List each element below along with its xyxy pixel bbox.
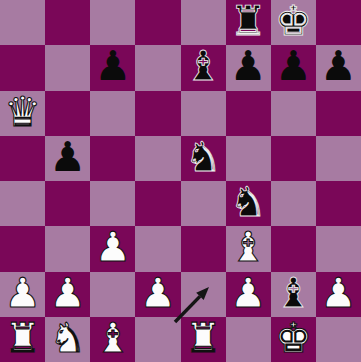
square-a4[interactable] — [0, 181, 45, 226]
square-f2[interactable]: ♟ — [226, 272, 271, 317]
piece-white-pawn-icon[interactable]: ♟ — [140, 273, 177, 314]
square-d7[interactable] — [135, 45, 180, 90]
chess-app-view: ♜♚♟♝♟♟♟♛♟♞♞♟♝♟♟♟♟♝♟♜♞♝♜♚ — [0, 0, 361, 362]
piece-black-knight-icon[interactable]: ♞ — [230, 182, 267, 223]
piece-black-bishop-icon[interactable]: ♝ — [185, 46, 222, 87]
square-e3[interactable] — [181, 226, 226, 271]
piece-black-pawn-icon[interactable]: ♟ — [320, 46, 357, 87]
piece-white-rook-icon[interactable]: ♜ — [185, 318, 222, 359]
piece-black-pawn-icon[interactable]: ♟ — [230, 46, 267, 87]
square-c7[interactable]: ♟ — [90, 45, 135, 90]
square-b7[interactable] — [45, 45, 90, 90]
piece-white-pawn-icon[interactable]: ♟ — [49, 273, 86, 314]
square-g4[interactable] — [271, 181, 316, 226]
square-f1[interactable] — [226, 317, 271, 362]
square-d4[interactable] — [135, 181, 180, 226]
piece-white-bishop-icon[interactable]: ♝ — [94, 318, 131, 359]
square-h5[interactable] — [316, 136, 361, 181]
square-c5[interactable] — [90, 136, 135, 181]
square-h8[interactable] — [316, 0, 361, 45]
square-b1[interactable]: ♞ — [45, 317, 90, 362]
square-c4[interactable] — [90, 181, 135, 226]
square-d6[interactable] — [135, 91, 180, 136]
square-d2[interactable]: ♟ — [135, 272, 180, 317]
square-b3[interactable] — [45, 226, 90, 271]
square-c2[interactable] — [90, 272, 135, 317]
square-g2[interactable]: ♝ — [271, 272, 316, 317]
square-d5[interactable] — [135, 136, 180, 181]
square-h7[interactable]: ♟ — [316, 45, 361, 90]
square-b5[interactable]: ♟ — [45, 136, 90, 181]
square-c3[interactable]: ♟ — [90, 226, 135, 271]
square-a5[interactable] — [0, 136, 45, 181]
square-d3[interactable] — [135, 226, 180, 271]
square-h2[interactable]: ♟ — [316, 272, 361, 317]
piece-white-pawn-icon[interactable]: ♟ — [230, 273, 267, 314]
square-e5[interactable]: ♞ — [181, 136, 226, 181]
square-f4[interactable]: ♞ — [226, 181, 271, 226]
square-a6[interactable]: ♛ — [0, 91, 45, 136]
square-a1[interactable]: ♜ — [0, 317, 45, 362]
square-c1[interactable]: ♝ — [90, 317, 135, 362]
square-h3[interactable] — [316, 226, 361, 271]
square-f7[interactable]: ♟ — [226, 45, 271, 90]
square-a8[interactable] — [0, 0, 45, 45]
square-f3[interactable]: ♝ — [226, 226, 271, 271]
square-c8[interactable] — [90, 0, 135, 45]
square-g3[interactable] — [271, 226, 316, 271]
piece-white-pawn-icon[interactable]: ♟ — [320, 273, 357, 314]
square-e2[interactable] — [181, 272, 226, 317]
piece-white-king-icon[interactable]: ♚ — [275, 318, 312, 359]
piece-black-rook-icon[interactable]: ♜ — [230, 1, 267, 42]
piece-black-pawn-icon[interactable]: ♟ — [94, 46, 131, 87]
square-h4[interactable] — [316, 181, 361, 226]
square-e6[interactable] — [181, 91, 226, 136]
piece-white-knight-icon[interactable]: ♞ — [49, 318, 86, 359]
piece-black-knight-icon[interactable]: ♞ — [185, 137, 222, 178]
square-d8[interactable] — [135, 0, 180, 45]
square-e1[interactable]: ♜ — [181, 317, 226, 362]
square-g5[interactable] — [271, 136, 316, 181]
square-a7[interactable] — [0, 45, 45, 90]
square-g1[interactable]: ♚ — [271, 317, 316, 362]
piece-white-rook-icon[interactable]: ♜ — [4, 318, 41, 359]
square-e4[interactable] — [181, 181, 226, 226]
square-b6[interactable] — [45, 91, 90, 136]
square-e8[interactable] — [181, 0, 226, 45]
piece-black-king-icon[interactable]: ♚ — [275, 1, 312, 42]
piece-white-bishop-icon[interactable]: ♝ — [230, 227, 267, 268]
square-g6[interactable] — [271, 91, 316, 136]
square-b4[interactable] — [45, 181, 90, 226]
piece-white-pawn-icon[interactable]: ♟ — [94, 227, 131, 268]
square-f6[interactable] — [226, 91, 271, 136]
square-g7[interactable]: ♟ — [271, 45, 316, 90]
square-f5[interactable] — [226, 136, 271, 181]
square-h1[interactable] — [316, 317, 361, 362]
chess-board: ♜♚♟♝♟♟♟♛♟♞♞♟♝♟♟♟♟♝♟♜♞♝♜♚ — [0, 0, 361, 362]
square-f8[interactable]: ♜ — [226, 0, 271, 45]
piece-black-pawn-icon[interactable]: ♟ — [49, 137, 86, 178]
square-g8[interactable]: ♚ — [271, 0, 316, 45]
square-h6[interactable] — [316, 91, 361, 136]
square-a2[interactable]: ♟ — [0, 272, 45, 317]
square-a3[interactable] — [0, 226, 45, 271]
square-b8[interactable] — [45, 0, 90, 45]
piece-white-pawn-icon[interactable]: ♟ — [4, 273, 41, 314]
square-d1[interactable] — [135, 317, 180, 362]
square-e7[interactable]: ♝ — [181, 45, 226, 90]
piece-white-queen-icon[interactable]: ♛ — [4, 92, 41, 133]
piece-black-bishop-icon[interactable]: ♝ — [275, 273, 312, 314]
square-b2[interactable]: ♟ — [45, 272, 90, 317]
piece-black-pawn-icon[interactable]: ♟ — [275, 46, 312, 87]
square-c6[interactable] — [90, 91, 135, 136]
